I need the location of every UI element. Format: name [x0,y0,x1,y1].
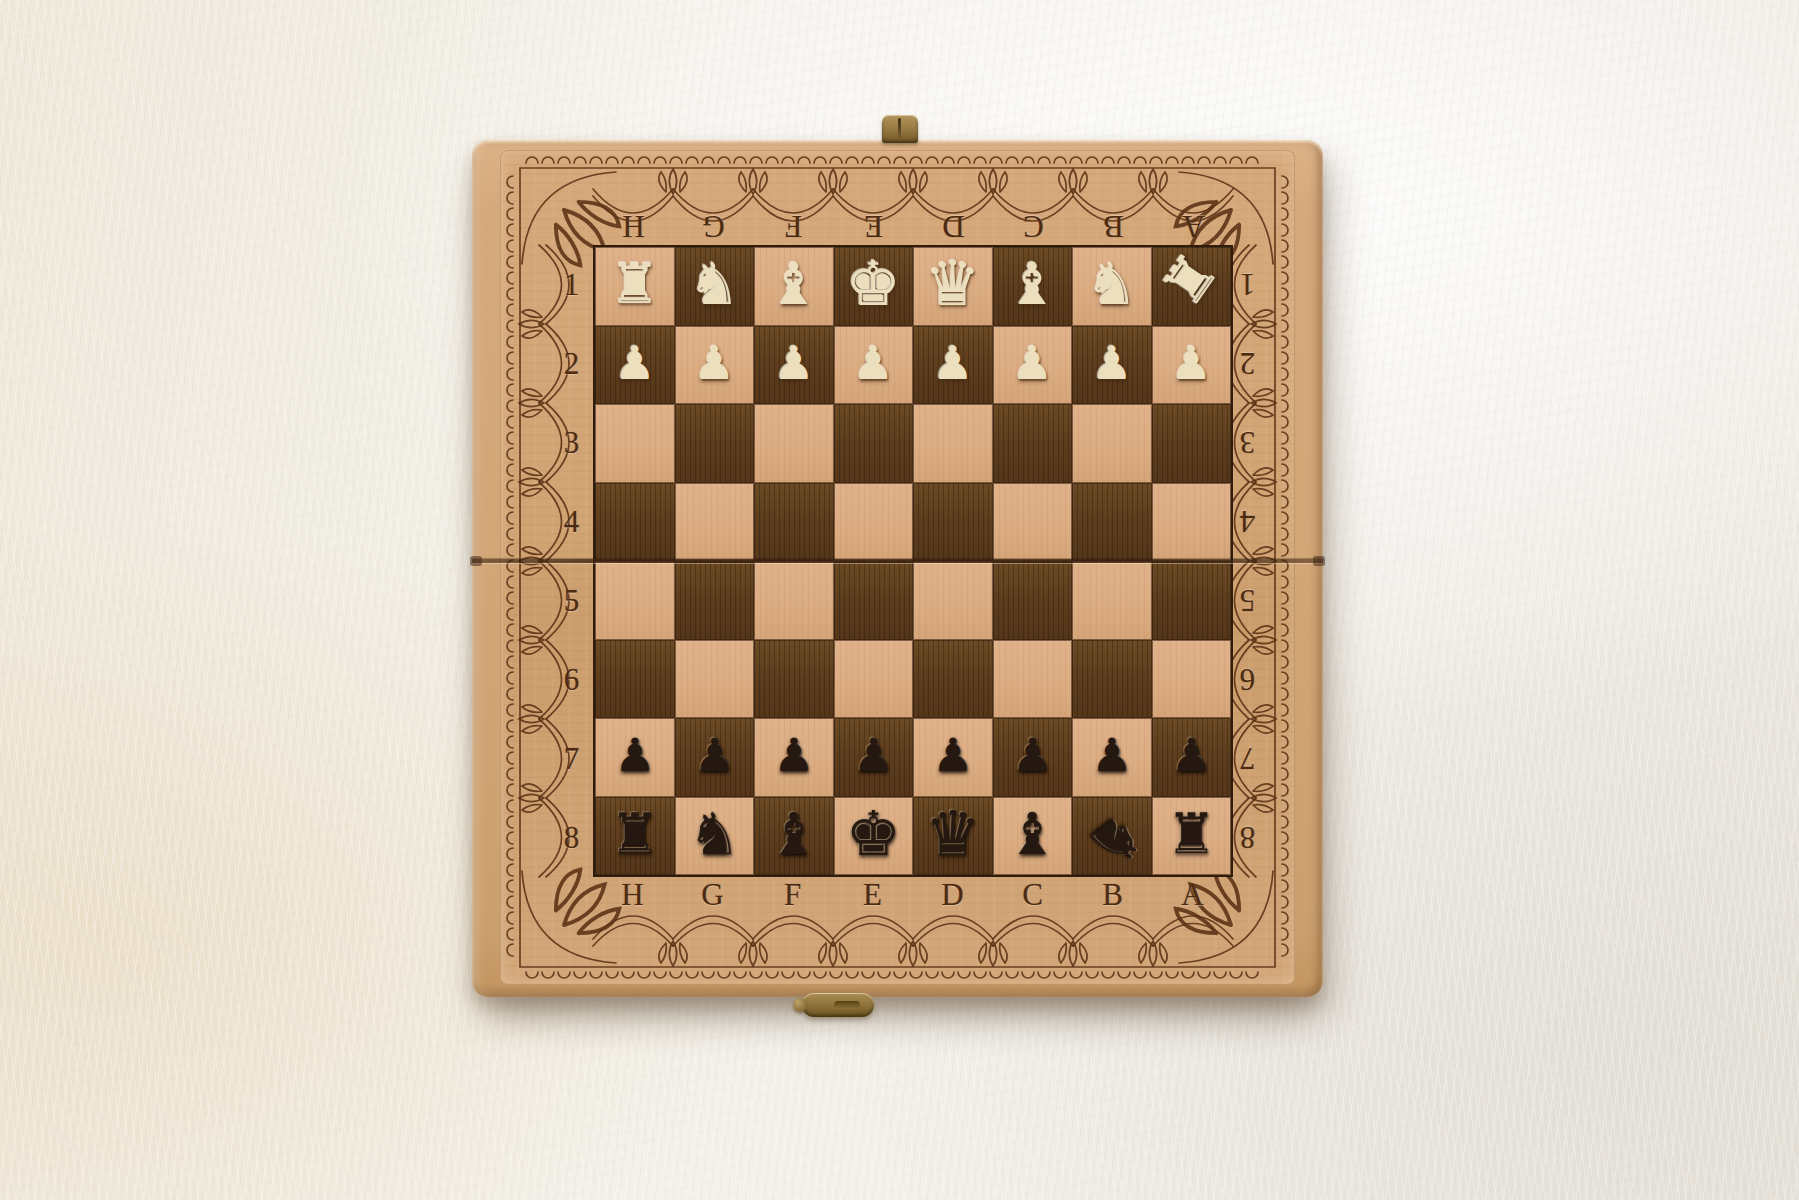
square-a5[interactable] [1152,561,1232,640]
bottom_files-c: C [993,877,1073,913]
black-pawn-b7[interactable]: ♟ [1091,732,1132,778]
top_files-e: E [833,208,913,244]
chess-board: HGFEDCBA HGFEDCBA 12345678 12345678 ♜♞♝♚… [472,140,1323,997]
square-e3[interactable] [834,404,914,483]
left_ranks-7: 7 [554,719,590,798]
right_ranks-2: 2 [1229,324,1265,403]
square-b7[interactable]: ♟ [1072,718,1152,797]
left_ranks-1: 1 [554,245,590,324]
square-f7[interactable]: ♟ [754,718,834,797]
square-b8[interactable]: ♞ [1072,797,1152,876]
square-a7[interactable]: ♟ [1152,718,1232,797]
square-b4[interactable] [1072,483,1152,562]
square-g5[interactable] [675,561,755,640]
right_ranks-5: 5 [1229,561,1265,640]
square-b6[interactable] [1072,640,1152,719]
white-pawn-h2[interactable]: ♟ [614,340,655,386]
square-a6[interactable] [1152,640,1232,719]
white-bishop-c1[interactable]: ♝ [1006,255,1058,313]
top_files-c: C [993,208,1073,244]
black-knight-b8[interactable]: ♞ [1078,803,1155,881]
square-e7[interactable]: ♟ [834,718,914,797]
left_ranks-3: 3 [554,403,590,482]
square-a3[interactable] [1152,404,1232,483]
square-c3[interactable] [993,404,1073,483]
square-h2[interactable]: ♟ [595,326,675,405]
square-e6[interactable] [834,640,914,719]
right_ranks-8: 8 [1229,798,1265,877]
square-d7[interactable]: ♟ [913,718,993,797]
white-rook-h1[interactable]: ♜ [610,256,660,312]
square-d6[interactable] [913,640,993,719]
black-pawn-f7[interactable]: ♟ [773,732,814,778]
right_ranks-3: 3 [1229,403,1265,482]
square-f6[interactable] [754,640,834,719]
black-knight-g8[interactable]: ♞ [688,804,740,862]
bottom_files-b: B [1073,877,1153,913]
square-g2[interactable]: ♟ [675,326,755,405]
white-pawn-b2[interactable]: ♟ [1091,340,1132,386]
square-g7[interactable]: ♟ [675,718,755,797]
black-queen-d8[interactable]: ♛ [925,802,981,864]
square-d8[interactable]: ♛ [913,797,993,876]
brass-hinge [882,115,918,143]
square-a1[interactable]: ♜ [1152,247,1232,326]
top_files-b: B [1073,208,1153,244]
square-d5[interactable] [913,561,993,640]
black-rook-a8[interactable]: ♜ [1166,806,1216,862]
brass-clasp [802,993,874,1017]
bottom_files-d: D [913,877,993,913]
square-f1[interactable]: ♝ [754,247,834,326]
left_ranks-2: 2 [554,324,590,403]
seam-hinge-notch-right [1313,556,1325,566]
white-pawn-g2[interactable]: ♟ [694,340,735,386]
square-h1[interactable]: ♜ [595,247,675,326]
black-pawn-c7[interactable]: ♟ [1012,732,1053,778]
white-knight-b1[interactable]: ♞ [1086,255,1138,313]
square-e2[interactable]: ♟ [834,326,914,405]
square-c5[interactable] [993,561,1073,640]
bottom_files-a: A [1153,877,1233,913]
square-d2[interactable]: ♟ [913,326,993,405]
square-a4[interactable] [1152,483,1232,562]
square-e1[interactable]: ♚ [834,247,914,326]
square-g3[interactable] [675,404,755,483]
square-a8[interactable]: ♜ [1152,797,1232,876]
square-e8[interactable]: ♚ [834,797,914,876]
top_files-f: F [753,208,833,244]
white-bishop-f1[interactable]: ♝ [768,255,820,313]
square-b5[interactable] [1072,561,1152,640]
square-c7[interactable]: ♟ [993,718,1073,797]
top_files-h: H [593,208,673,244]
square-c2[interactable]: ♟ [993,326,1073,405]
white-pawn-d2[interactable]: ♟ [932,340,973,386]
black-pawn-d7[interactable]: ♟ [932,732,973,778]
right_ranks-6: 6 [1229,640,1265,719]
square-g8[interactable]: ♞ [675,797,755,876]
white-queen-d1[interactable]: ♛ [925,253,981,315]
board-face: HGFEDCBA HGFEDCBA 12345678 12345678 ♜♞♝♚… [500,150,1295,985]
square-h5[interactable] [595,561,675,640]
left_ranks-8: 8 [554,798,590,877]
square-h4[interactable] [595,483,675,562]
bottom_files-h: H [593,877,673,913]
square-c6[interactable] [993,640,1073,719]
black-bishop-f8[interactable]: ♝ [768,804,820,862]
square-d1[interactable]: ♛ [913,247,993,326]
right_ranks-4: 4 [1229,482,1265,561]
black-bishop-c8[interactable]: ♝ [1006,804,1058,862]
square-g6[interactable] [675,640,755,719]
white-king-e1[interactable]: ♚ [845,253,901,315]
square-e5[interactable] [834,561,914,640]
fold-seam [472,559,1323,563]
square-f4[interactable] [754,483,834,562]
black-pawn-g7[interactable]: ♟ [694,732,735,778]
seam-hinge-notch-left [470,556,482,566]
top_files-d: D [913,208,993,244]
white-knight-g1[interactable]: ♞ [688,255,740,313]
square-c4[interactable] [993,483,1073,562]
white-pawn-c2[interactable]: ♟ [1012,340,1053,386]
white-pawn-e2[interactable]: ♟ [853,340,894,386]
square-f3[interactable] [754,404,834,483]
square-b2[interactable]: ♟ [1072,326,1152,405]
right_ranks-1: 1 [1229,245,1265,324]
square-b1[interactable]: ♞ [1072,247,1152,326]
bottom_files-g: G [673,877,753,913]
black-pawn-a7[interactable]: ♟ [1171,732,1212,778]
square-b3[interactable] [1072,404,1152,483]
bottom_files-f: F [753,877,833,913]
square-d4[interactable] [913,483,993,562]
square-g1[interactable]: ♞ [675,247,755,326]
square-c1[interactable]: ♝ [993,247,1073,326]
left_ranks-4: 4 [554,482,590,561]
file-labels-bottom: HGFEDCBA [593,877,1233,913]
white-pawn-a2[interactable]: ♟ [1171,340,1212,386]
top_files-a: A [1153,208,1233,244]
square-c8[interactable]: ♝ [993,797,1073,876]
black-rook-h8[interactable]: ♜ [610,806,660,862]
left_ranks-6: 6 [554,640,590,719]
square-h7[interactable]: ♟ [595,718,675,797]
square-g4[interactable] [675,483,755,562]
square-d3[interactable] [913,404,993,483]
white-rook-a1[interactable]: ♜ [1153,243,1228,316]
top_files-g: G [673,208,753,244]
black-pawn-e7[interactable]: ♟ [853,732,894,778]
fur-rug-background: HGFEDCBA HGFEDCBA 12345678 12345678 ♜♞♝♚… [0,0,1799,1200]
right_ranks-7: 7 [1229,719,1265,798]
square-a2[interactable]: ♟ [1152,326,1232,405]
square-h8[interactable]: ♜ [595,797,675,876]
square-f5[interactable] [754,561,834,640]
bottom_files-e: E [833,877,913,913]
black-king-e8[interactable]: ♚ [845,802,901,864]
square-f8[interactable]: ♝ [754,797,834,876]
square-f2[interactable]: ♟ [754,326,834,405]
square-h6[interactable] [595,640,675,719]
white-pawn-f2[interactable]: ♟ [773,340,814,386]
square-e4[interactable] [834,483,914,562]
square-h3[interactable] [595,404,675,483]
file-labels-top: HGFEDCBA [593,208,1233,244]
left_ranks-5: 5 [554,561,590,640]
black-pawn-h7[interactable]: ♟ [614,732,655,778]
